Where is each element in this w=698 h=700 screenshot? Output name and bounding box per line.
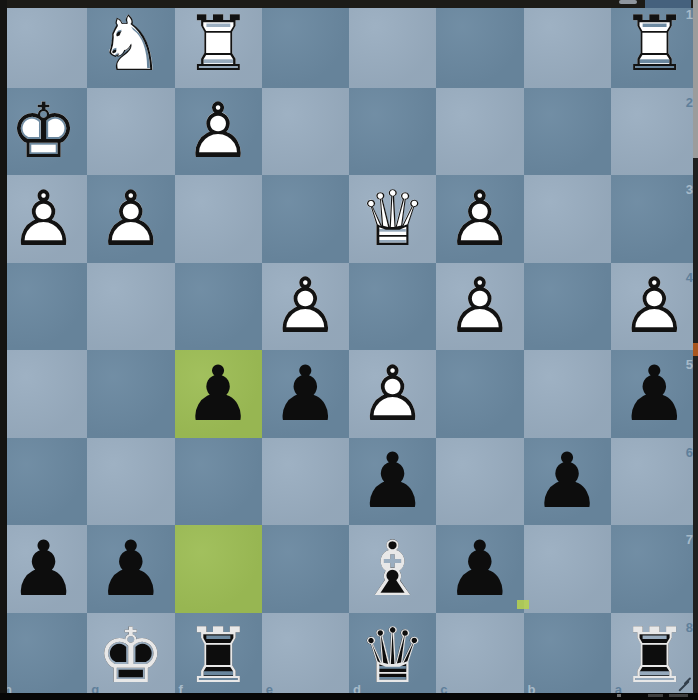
top-edge-highlight <box>645 0 691 8</box>
square-h1[interactable] <box>0 0 87 88</box>
left-edge-bar <box>0 0 7 700</box>
piece-fill: ♛ <box>349 175 436 263</box>
top-scrollbar-pill[interactable] <box>619 0 637 4</box>
square-a1[interactable]: ♜♖1 <box>611 0 698 88</box>
piece-fill: ♟ <box>262 350 349 438</box>
white-rook-icon[interactable]: ♜♖ <box>611 0 698 88</box>
bottom-dash-2 <box>669 694 688 697</box>
black-pawn-icon[interactable]: ♟ <box>611 350 698 438</box>
square-c4[interactable]: ♟♙ <box>436 263 523 351</box>
square-g8[interactable]: ♚♔g <box>87 613 174 700</box>
right-edge-scrollbar[interactable] <box>693 0 698 700</box>
square-c8[interactable]: c <box>436 613 523 700</box>
square-d3[interactable]: ♛♕ <box>349 175 436 263</box>
black-pawn-icon[interactable]: ♟ <box>0 525 87 613</box>
piece-fill: ♟ <box>436 525 523 613</box>
board-resize-handle-icon[interactable] <box>677 676 692 691</box>
piece-fill: ♟ <box>87 175 174 263</box>
piece-outline: ♔ <box>87 613 174 700</box>
piece-outline: ♙ <box>611 263 698 351</box>
piece-outline: ♙ <box>175 88 262 176</box>
bottom-dash-1 <box>648 694 663 697</box>
square-e2[interactable] <box>262 88 349 176</box>
piece-fill: ♝ <box>349 525 436 613</box>
square-a4[interactable]: ♟♙4 <box>611 263 698 351</box>
piece-outline: ♕ <box>349 175 436 263</box>
square-a5[interactable]: ♟5 <box>611 350 698 438</box>
square-f8[interactable]: ♜♖f <box>175 613 262 700</box>
piece-outline: ♖ <box>175 613 262 700</box>
piece-fill: ♟ <box>436 263 523 351</box>
piece-fill: ♟ <box>0 175 87 263</box>
square-f1[interactable]: ♜♖ <box>175 0 262 88</box>
black-king-icon[interactable]: ♚♔ <box>87 613 174 700</box>
white-knight-icon[interactable]: ♞♘ <box>87 0 174 88</box>
black-pawn-icon[interactable]: ♟ <box>262 350 349 438</box>
square-b7[interactable] <box>524 525 611 613</box>
square-b2[interactable] <box>524 88 611 176</box>
black-rook-icon[interactable]: ♜♖ <box>175 613 262 700</box>
square-h2[interactable]: ♚♔ <box>0 88 87 176</box>
square-g2[interactable] <box>87 88 174 176</box>
white-king-icon[interactable]: ♚♔ <box>0 88 87 176</box>
square-d7[interactable]: ♝♗ <box>349 525 436 613</box>
square-g5[interactable] <box>87 350 174 438</box>
piece-fill: ♚ <box>0 88 87 176</box>
piece-fill: ♟ <box>611 350 698 438</box>
piece-outline: ♙ <box>0 175 87 263</box>
scrollbar-thumb[interactable] <box>693 0 698 158</box>
square-a6[interactable]: 6 <box>611 438 698 526</box>
square-h4[interactable] <box>0 263 87 351</box>
square-e6[interactable] <box>262 438 349 526</box>
piece-fill: ♜ <box>611 0 698 88</box>
piece-fill: ♟ <box>524 438 611 526</box>
piece-outline: ♙ <box>262 263 349 351</box>
white-pawn-icon[interactable]: ♟♙ <box>611 263 698 351</box>
piece-outline: ♖ <box>175 0 262 88</box>
square-h6[interactable] <box>0 438 87 526</box>
square-c2[interactable] <box>436 88 523 176</box>
black-queen-icon[interactable]: ♛♕ <box>349 613 436 700</box>
square-h3[interactable]: ♟♙ <box>0 175 87 263</box>
white-rook-icon[interactable]: ♜♖ <box>175 0 262 88</box>
black-pawn-icon[interactable]: ♟ <box>349 438 436 526</box>
square-b3[interactable] <box>524 175 611 263</box>
piece-fill: ♟ <box>611 263 698 351</box>
square-g6[interactable] <box>87 438 174 526</box>
rank-label-3: 3 <box>686 182 693 197</box>
white-queen-icon[interactable]: ♛♕ <box>349 175 436 263</box>
square-e4[interactable]: ♟♙ <box>262 263 349 351</box>
piece-outline: ♙ <box>436 263 523 351</box>
piece-fill: ♟ <box>349 438 436 526</box>
white-pawn-icon[interactable]: ♟♙ <box>436 175 523 263</box>
piece-outline: ♗ <box>349 525 436 613</box>
square-d5[interactable]: ♟♙ <box>349 350 436 438</box>
bottom-dot <box>617 694 621 697</box>
black-pawn-icon[interactable]: ♟ <box>175 350 262 438</box>
piece-fill: ♟ <box>349 350 436 438</box>
black-bishop-icon[interactable]: ♝♗ <box>349 525 436 613</box>
square-f4[interactable] <box>175 263 262 351</box>
square-h8[interactable]: h <box>0 613 87 700</box>
chess-board: ♞♘♜♖♜♖1♚♔♟♙2♟♙♟♙♛♕♟♙3♟♙♟♙♟♙4♟♟♟♙♟5♟♟6♟♟♝… <box>0 0 698 700</box>
white-pawn-icon[interactable]: ♟♙ <box>87 175 174 263</box>
piece-outline: ♖ <box>611 0 698 88</box>
scrollbar-orange-marker-icon <box>693 343 698 356</box>
square-a3[interactable]: 3 <box>611 175 698 263</box>
square-b1[interactable] <box>524 0 611 88</box>
square-c3[interactable]: ♟♙ <box>436 175 523 263</box>
piece-fill: ♟ <box>175 350 262 438</box>
square-c7[interactable]: ♟ <box>436 525 523 613</box>
square-e1[interactable] <box>262 0 349 88</box>
square-d6[interactable]: ♟ <box>349 438 436 526</box>
white-pawn-icon[interactable]: ♟♙ <box>175 88 262 176</box>
square-d8[interactable]: ♛♕d <box>349 613 436 700</box>
rank-label-6: 6 <box>686 445 693 460</box>
piece-fill: ♟ <box>436 175 523 263</box>
square-g4[interactable] <box>87 263 174 351</box>
top-edge-bar <box>0 0 698 8</box>
square-d4[interactable] <box>349 263 436 351</box>
piece-fill: ♚ <box>87 613 174 700</box>
square-f3[interactable] <box>175 175 262 263</box>
piece-outline: ♕ <box>349 613 436 700</box>
piece-fill: ♛ <box>349 613 436 700</box>
black-pawn-icon[interactable]: ♟ <box>436 525 523 613</box>
piece-fill: ♞ <box>87 0 174 88</box>
square-f7[interactable] <box>175 525 262 613</box>
square-e5[interactable]: ♟ <box>262 350 349 438</box>
square-c6[interactable] <box>436 438 523 526</box>
square-a2[interactable]: 2 <box>611 88 698 176</box>
square-b5[interactable] <box>524 350 611 438</box>
piece-outline: ♘ <box>87 0 174 88</box>
square-e7[interactable] <box>262 525 349 613</box>
white-pawn-icon[interactable]: ♟♙ <box>0 175 87 263</box>
square-h7[interactable]: ♟ <box>0 525 87 613</box>
black-pawn-icon[interactable]: ♟ <box>87 525 174 613</box>
bottom-edge-bar <box>0 693 698 700</box>
square-g3[interactable]: ♟♙ <box>87 175 174 263</box>
square-d1[interactable] <box>349 0 436 88</box>
square-f2[interactable]: ♟♙ <box>175 88 262 176</box>
square-b4[interactable] <box>524 263 611 351</box>
square-b8[interactable]: b <box>524 613 611 700</box>
piece-fill: ♟ <box>262 263 349 351</box>
square-f5[interactable]: ♟ <box>175 350 262 438</box>
square-c1[interactable] <box>436 0 523 88</box>
square-g1[interactable]: ♞♘ <box>87 0 174 88</box>
piece-fill: ♜ <box>175 0 262 88</box>
piece-fill: ♟ <box>87 525 174 613</box>
square-d2[interactable] <box>349 88 436 176</box>
piece-outline: ♙ <box>436 175 523 263</box>
piece-outline: ♔ <box>0 88 87 176</box>
black-pawn-icon[interactable]: ♟ <box>524 438 611 526</box>
rank-label-7: 7 <box>686 532 693 547</box>
square-c5[interactable] <box>436 350 523 438</box>
white-pawn-icon[interactable]: ♟♙ <box>349 350 436 438</box>
square-e8[interactable]: e <box>262 613 349 700</box>
square-f6[interactable] <box>175 438 262 526</box>
piece-fill: ♟ <box>175 88 262 176</box>
piece-outline: ♙ <box>87 175 174 263</box>
piece-fill: ♟ <box>0 525 87 613</box>
piece-fill: ♜ <box>175 613 262 700</box>
square-b6[interactable]: ♟ <box>524 438 611 526</box>
screenshot-stage: ♞♘♜♖♜♖1♚♔♟♙2♟♙♟♙♛♕♟♙3♟♙♟♙♟♙4♟♟♟♙♟5♟♟6♟♟♝… <box>0 0 698 700</box>
white-pawn-icon[interactable]: ♟♙ <box>436 263 523 351</box>
square-g7[interactable]: ♟ <box>87 525 174 613</box>
square-a7[interactable]: 7 <box>611 525 698 613</box>
white-pawn-icon[interactable]: ♟♙ <box>262 263 349 351</box>
square-h5[interactable] <box>0 350 87 438</box>
rank-label-2: 2 <box>686 95 693 110</box>
square-e3[interactable] <box>262 175 349 263</box>
piece-outline: ♙ <box>349 350 436 438</box>
